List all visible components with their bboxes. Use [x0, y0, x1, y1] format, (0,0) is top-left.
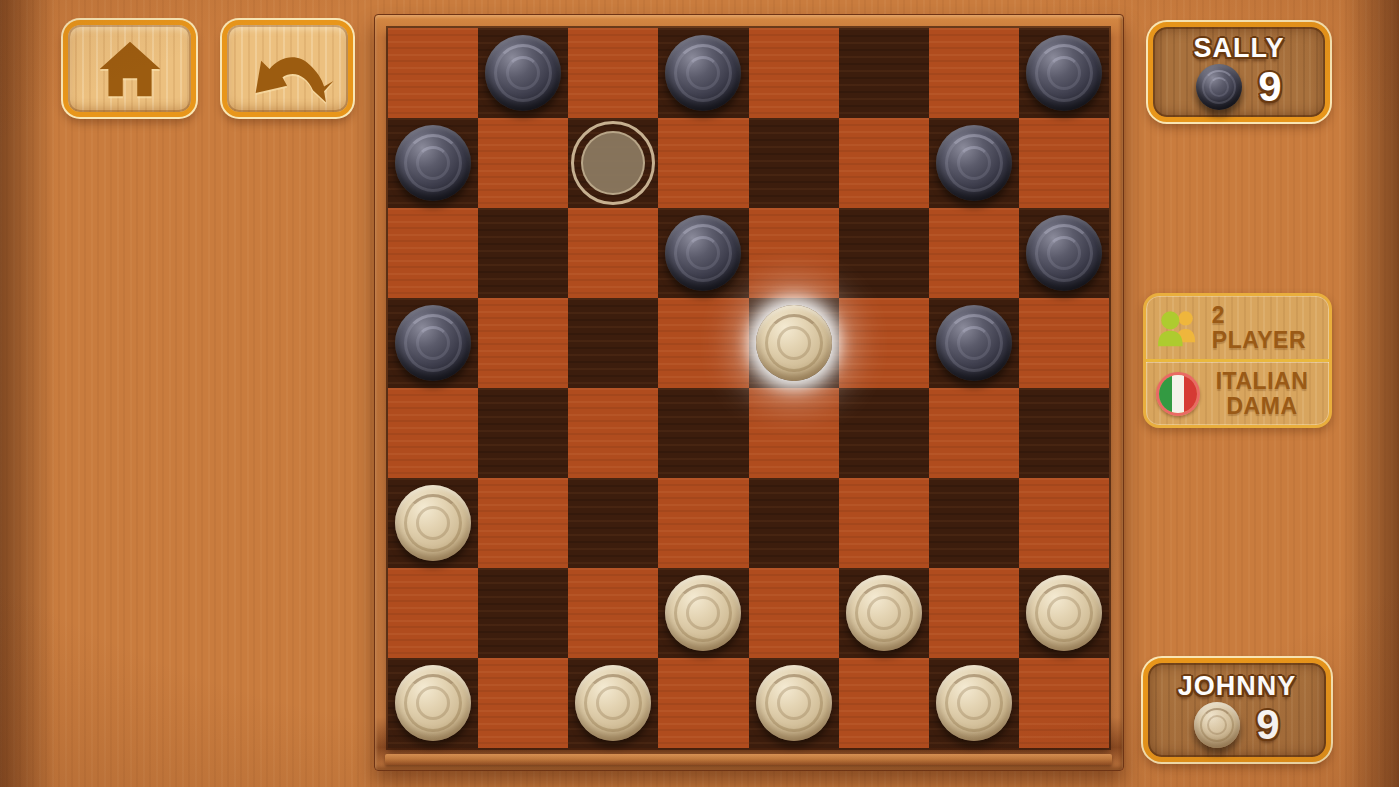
square-r1c2[interactable] [478, 28, 568, 118]
square-r2c5[interactable] [749, 118, 839, 208]
mode-row-variant: ITALIAN DAMA [1146, 362, 1329, 425]
square-r6c2[interactable] [478, 478, 568, 568]
square-r3c2[interactable] [478, 208, 568, 298]
light-checker[interactable] [756, 665, 832, 741]
square-r7c6[interactable] [839, 568, 929, 658]
board-grid [388, 28, 1109, 748]
home-button[interactable] [63, 20, 196, 117]
square-r3c1[interactable] [388, 208, 478, 298]
square-r5c2[interactable] [478, 388, 568, 478]
square-r6c7[interactable] [929, 478, 1019, 568]
mode-panel: 2 PLAYER ITALIAN DAMA [1143, 293, 1332, 428]
square-r4c4[interactable] [658, 298, 748, 388]
square-r2c8[interactable] [1019, 118, 1109, 208]
sally-score: 9 [1258, 66, 1281, 108]
square-r1c4[interactable] [658, 28, 748, 118]
square-r1c6[interactable] [839, 28, 929, 118]
johnny-score-panel: JOHNNY 9 [1143, 658, 1331, 762]
square-r6c1[interactable] [388, 478, 478, 568]
square-r4c8[interactable] [1019, 298, 1109, 388]
square-r6c5[interactable] [749, 478, 839, 568]
square-r3c8[interactable] [1019, 208, 1109, 298]
square-r7c5[interactable] [749, 568, 839, 658]
square-r3c5[interactable] [749, 208, 839, 298]
light-checker-selected[interactable] [756, 305, 832, 381]
square-r5c7[interactable] [929, 388, 1019, 478]
square-r3c4[interactable] [658, 208, 748, 298]
light-checker[interactable] [665, 575, 741, 651]
square-r1c5[interactable] [749, 28, 839, 118]
square-r1c1[interactable] [388, 28, 478, 118]
dark-checker[interactable] [665, 35, 741, 111]
square-r7c4[interactable] [658, 568, 748, 658]
dark-checker[interactable] [395, 305, 471, 381]
light-checker[interactable] [1026, 575, 1102, 651]
johnny-name: JOHNNY [1178, 672, 1297, 700]
square-r6c6[interactable] [839, 478, 929, 568]
square-r8c4[interactable] [658, 658, 748, 748]
dark-checker[interactable] [485, 35, 561, 111]
board-frame [374, 14, 1124, 771]
dark-checker[interactable] [665, 215, 741, 291]
square-r8c5[interactable] [749, 658, 839, 748]
square-r5c3[interactable] [568, 388, 658, 478]
light-checker[interactable] [395, 665, 471, 741]
light-checker[interactable] [575, 665, 651, 741]
square-r8c2[interactable] [478, 658, 568, 748]
dark-checker[interactable] [1026, 215, 1102, 291]
sally-score-panel: SALLY 9 [1148, 22, 1330, 122]
square-r6c3[interactable] [568, 478, 658, 568]
dark-checker[interactable] [395, 125, 471, 201]
johnny-score-row: 9 [1194, 702, 1279, 748]
square-r6c8[interactable] [1019, 478, 1109, 568]
square-r5c4[interactable] [658, 388, 748, 478]
square-r4c2[interactable] [478, 298, 568, 388]
square-r1c3[interactable] [568, 28, 658, 118]
light-checker[interactable] [846, 575, 922, 651]
square-r2c7[interactable] [929, 118, 1019, 208]
undo-arrow-icon [241, 32, 335, 106]
square-r5c6[interactable] [839, 388, 929, 478]
square-r3c3[interactable] [568, 208, 658, 298]
johnny-score: 9 [1256, 704, 1279, 746]
square-r2c6[interactable] [839, 118, 929, 208]
square-r2c4[interactable] [658, 118, 748, 208]
mode-row-players: 2 PLAYER [1146, 296, 1329, 359]
two-players-icon [1156, 307, 1202, 349]
light-checker[interactable] [395, 485, 471, 561]
dark-checker-icon [1196, 64, 1242, 110]
square-r7c7[interactable] [929, 568, 1019, 658]
square-r7c3[interactable] [568, 568, 658, 658]
square-r4c7[interactable] [929, 298, 1019, 388]
square-r8c6[interactable] [839, 658, 929, 748]
square-r3c6[interactable] [839, 208, 929, 298]
square-r8c3[interactable] [568, 658, 658, 748]
dark-checker[interactable] [936, 125, 1012, 201]
square-r2c3[interactable] [568, 118, 658, 208]
undo-button[interactable] [222, 20, 353, 117]
square-r1c7[interactable] [929, 28, 1019, 118]
square-r7c2[interactable] [478, 568, 568, 658]
square-r5c5[interactable] [749, 388, 839, 478]
move-origin-ghost [571, 121, 655, 205]
players-mode-label: 2 PLAYER [1212, 303, 1321, 351]
square-r4c5[interactable] [749, 298, 839, 388]
variant-label: ITALIAN DAMA [1210, 369, 1314, 417]
home-icon [94, 33, 166, 105]
square-r8c7[interactable] [929, 658, 1019, 748]
square-r4c1[interactable] [388, 298, 478, 388]
square-r8c8[interactable] [1019, 658, 1109, 748]
sally-score-row: 9 [1196, 64, 1281, 110]
square-r2c2[interactable] [478, 118, 568, 208]
square-r6c4[interactable] [658, 478, 748, 568]
square-r5c8[interactable] [1019, 388, 1109, 478]
square-r2c1[interactable] [388, 118, 478, 208]
square-r4c3[interactable] [568, 298, 658, 388]
light-checker-icon [1194, 702, 1240, 748]
square-r4c6[interactable] [839, 298, 929, 388]
sally-name: SALLY [1193, 34, 1284, 62]
italian-flag-icon [1156, 372, 1200, 416]
square-r3c7[interactable] [929, 208, 1019, 298]
light-checker[interactable] [936, 665, 1012, 741]
square-r1c8[interactable] [1019, 28, 1109, 118]
square-r8c1[interactable] [388, 658, 478, 748]
game-screen: SALLY 9 2 PLAYER ITALIAN DAMA JOHNNY [0, 0, 1399, 787]
square-r5c1[interactable] [388, 388, 478, 478]
dark-checker[interactable] [1026, 35, 1102, 111]
dark-checker[interactable] [936, 305, 1012, 381]
square-r7c1[interactable] [388, 568, 478, 658]
square-r7c8[interactable] [1019, 568, 1109, 658]
